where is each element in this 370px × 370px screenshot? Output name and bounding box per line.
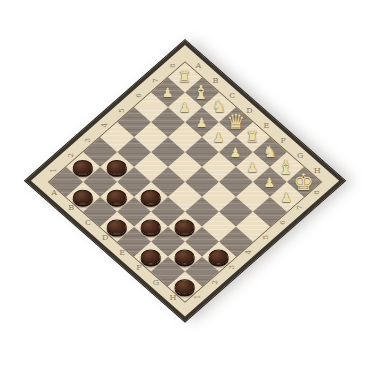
file-label-top-A: A	[194, 61, 204, 70]
rank-label-left-4: 4	[98, 121, 108, 130]
white-pawn[interactable]: ♟	[230, 146, 242, 159]
white-rook[interactable]: ♜	[246, 130, 259, 145]
file-label-top-C: C	[228, 91, 238, 100]
rank-label-left-1: 1	[47, 165, 57, 174]
dark-checker-disc[interactable]	[175, 219, 195, 234]
white-pawn[interactable]: ♟	[213, 131, 225, 144]
file-label-top-F: F	[279, 136, 289, 145]
rank-label-right-4: 4	[243, 248, 253, 257]
rank-label-right-8: 8	[311, 188, 321, 197]
file-label-top-B: B	[211, 76, 221, 85]
file-label-bottom-D: D	[100, 233, 110, 242]
dark-checker-disc[interactable]	[175, 249, 195, 264]
rank-label-right-1: 1	[192, 293, 202, 302]
rank-label-left-6: 6	[132, 91, 142, 100]
dark-checker-disc[interactable]	[73, 189, 93, 204]
file-label-bottom-G: G	[151, 278, 161, 287]
dark-checker-disc[interactable]	[107, 160, 127, 175]
file-label-bottom-B: B	[66, 203, 76, 212]
white-pawn[interactable]: ♟	[196, 116, 208, 129]
dark-checker-disc[interactable]	[141, 189, 161, 204]
white-knight[interactable]: ♞	[212, 99, 226, 115]
file-label-top-G: G	[296, 151, 306, 160]
rank-label-left-8: 8	[166, 61, 176, 70]
white-pawn[interactable]: ♟	[162, 86, 174, 99]
file-label-bottom-F: F	[134, 263, 144, 272]
white-pawn[interactable]: ♟	[247, 161, 259, 174]
white-bishop[interactable]: ♝	[193, 83, 210, 102]
rank-label-right-2: 2	[209, 278, 219, 287]
white-pawn[interactable]: ♟	[179, 101, 191, 114]
file-label-bottom-C: C	[83, 218, 93, 227]
rank-label-right-5: 5	[260, 233, 270, 242]
file-label-bottom-A: A	[49, 188, 59, 197]
file-label-bottom-E: E	[117, 248, 127, 257]
file-label-top-D: D	[245, 106, 255, 115]
white-knight[interactable]: ♞	[263, 144, 277, 160]
dark-checker-disc[interactable]	[107, 189, 127, 204]
game-board: ♜♝♞♛♜♞♝♚♟♟♟♟♟♟♟♟ AA11BB22CC33DD44EE55FF6…	[24, 40, 346, 324]
rank-label-left-2: 2	[64, 151, 74, 160]
white-rook[interactable]: ♜	[178, 70, 191, 85]
rank-label-right-3: 3	[226, 263, 236, 272]
rank-label-right-7: 7	[294, 203, 304, 212]
white-pawn[interactable]: ♟	[264, 176, 276, 189]
rank-label-left-5: 5	[115, 106, 125, 115]
dark-checker-disc[interactable]	[107, 219, 127, 234]
rank-label-left-3: 3	[81, 136, 91, 145]
rank-label-left-7: 7	[149, 76, 159, 85]
board-grid: ♜♝♞♛♜♞♝♚♟♟♟♟♟♟♟♟	[48, 61, 322, 302]
file-label-top-E: E	[262, 121, 272, 130]
file-label-top-H: H	[313, 165, 323, 174]
board-frame: ♜♝♞♛♜♞♝♚♟♟♟♟♟♟♟♟ AA11BB22CC33DD44EE55FF6…	[25, 40, 345, 321]
dark-checker-disc[interactable]	[141, 219, 161, 234]
rank-label-right-6: 6	[277, 218, 287, 227]
dark-checker-disc[interactable]	[73, 160, 93, 175]
file-label-bottom-H: H	[168, 293, 178, 302]
white-pawn[interactable]: ♟	[281, 190, 293, 203]
dark-checker-disc[interactable]	[141, 249, 161, 264]
